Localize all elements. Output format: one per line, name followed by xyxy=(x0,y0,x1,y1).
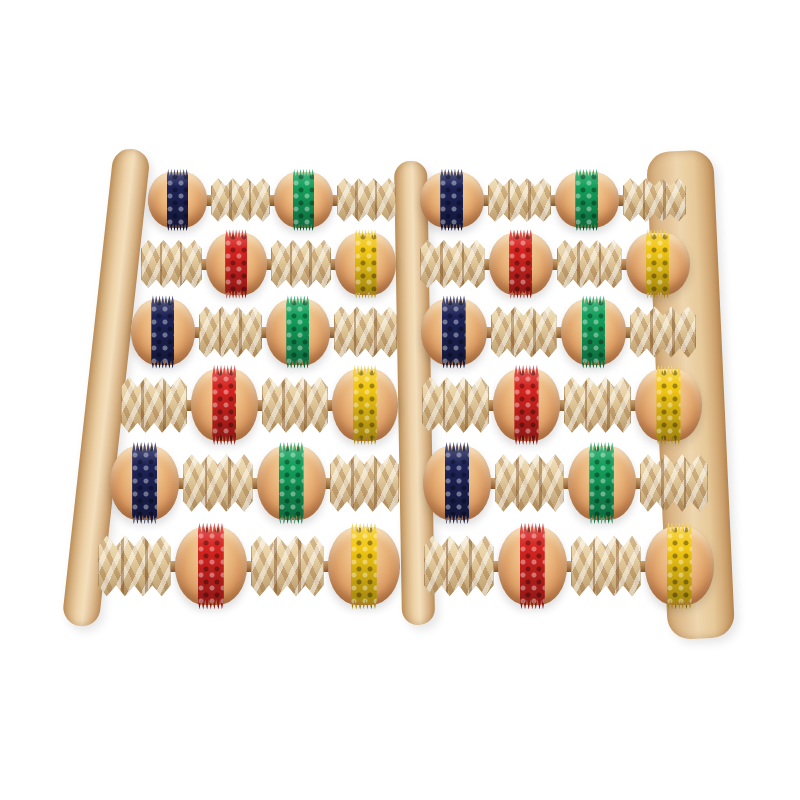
gear-roller-row4-left-3 xyxy=(262,373,328,436)
gear-roller-row4-right-1 xyxy=(422,373,489,436)
green-spike-ring xyxy=(293,167,314,233)
red-spike-ring xyxy=(514,363,538,448)
spike-ring-roller-green-row1-left-3 xyxy=(274,172,333,228)
yellow-spike-ring xyxy=(355,227,377,300)
spike-ring-roller-blue-row5-right-1 xyxy=(423,446,491,520)
red-spike-ring xyxy=(212,363,236,448)
blue-spike-ring xyxy=(167,167,188,233)
spike-ring-roller-yellow-row6-left-4 xyxy=(328,527,401,605)
blue-spike-ring xyxy=(445,439,470,526)
yellow-spike-ring xyxy=(351,520,377,612)
spike-ring-roller-green-row3-right-3 xyxy=(561,299,627,365)
gear-roller-row1-left-2 xyxy=(211,175,270,224)
spike-ring-roller-yellow-row2-left-4 xyxy=(335,233,396,295)
gear-roller-row6-right-3 xyxy=(571,532,641,601)
green-spike-ring xyxy=(582,293,606,371)
gear-roller-row1-right-2 xyxy=(488,175,552,224)
spike-ring-roller-blue-row3-left-1 xyxy=(131,299,195,365)
gear-roller-row3-left-2 xyxy=(199,303,263,361)
spike-ring-roller-red-row6-right-2 xyxy=(498,527,568,605)
gear-roller-row5-right-2 xyxy=(495,450,563,515)
spike-ring-roller-red-row2-right-2 xyxy=(489,233,554,295)
spike-ring-roller-green-row3-left-3 xyxy=(266,299,330,365)
gear-roller-row6-left-3 xyxy=(251,532,324,601)
blue-spike-ring xyxy=(442,293,466,371)
spike-ring-roller-red-row4-left-2 xyxy=(191,369,257,441)
spike-ring-roller-yellow-row6-right-4 xyxy=(645,527,715,605)
gear-roller-row2-left-3 xyxy=(271,237,332,292)
green-spike-ring xyxy=(279,439,304,526)
red-spike-ring xyxy=(520,520,545,612)
spike-ring-roller-green-row5-right-3 xyxy=(568,446,636,520)
gear-roller-row5-left-4 xyxy=(330,450,399,515)
spike-ring-roller-yellow-row2-right-4 xyxy=(626,233,691,295)
green-spike-ring xyxy=(589,439,614,526)
red-spike-ring xyxy=(509,227,532,300)
spike-ring-roller-blue-row1-left-1 xyxy=(148,172,207,228)
yellow-spike-ring xyxy=(353,363,377,448)
spike-ring-roller-red-row6-left-2 xyxy=(175,527,248,605)
yellow-spike-ring xyxy=(646,227,669,300)
gear-roller-row4-right-3 xyxy=(564,373,631,436)
spike-ring-roller-red-row4-right-2 xyxy=(493,369,560,441)
spike-ring-roller-blue-row1-right-1 xyxy=(420,172,484,228)
gear-roller-row2-left-1 xyxy=(141,237,202,292)
blue-spike-ring xyxy=(440,167,463,233)
red-spike-ring xyxy=(198,520,224,612)
green-spike-ring xyxy=(286,293,309,371)
gear-roller-row4-left-1 xyxy=(121,373,187,436)
spike-ring-roller-blue-row5-left-1 xyxy=(110,446,179,520)
gear-roller-row3-left-4 xyxy=(334,303,398,361)
yellow-spike-ring xyxy=(667,520,692,612)
spike-ring-roller-yellow-row4-right-4 xyxy=(635,369,702,441)
spike-ring-roller-red-row2-left-2 xyxy=(206,233,267,295)
spike-ring-roller-green-row1-right-3 xyxy=(555,172,619,228)
gear-roller-row6-right-1 xyxy=(424,532,494,601)
spike-ring-roller-blue-row3-right-1 xyxy=(421,299,487,365)
gear-roller-row2-right-3 xyxy=(557,237,622,292)
green-spike-ring xyxy=(575,167,598,233)
gear-roller-row2-right-1 xyxy=(420,237,485,292)
spike-ring-roller-yellow-row4-left-4 xyxy=(332,369,398,441)
red-spike-ring xyxy=(225,227,247,300)
gear-roller-row3-right-2 xyxy=(491,303,557,361)
yellow-spike-ring xyxy=(656,363,680,448)
gear-roller-row1-left-4 xyxy=(337,175,396,224)
blue-spike-ring xyxy=(132,439,157,526)
spike-ring-roller-green-row5-left-3 xyxy=(257,446,326,520)
gear-roller-row5-left-2 xyxy=(183,450,252,515)
gear-roller-row6-left-1 xyxy=(98,532,171,601)
product-photo-foot-massage-roller xyxy=(0,0,800,800)
blue-spike-ring xyxy=(151,293,174,371)
